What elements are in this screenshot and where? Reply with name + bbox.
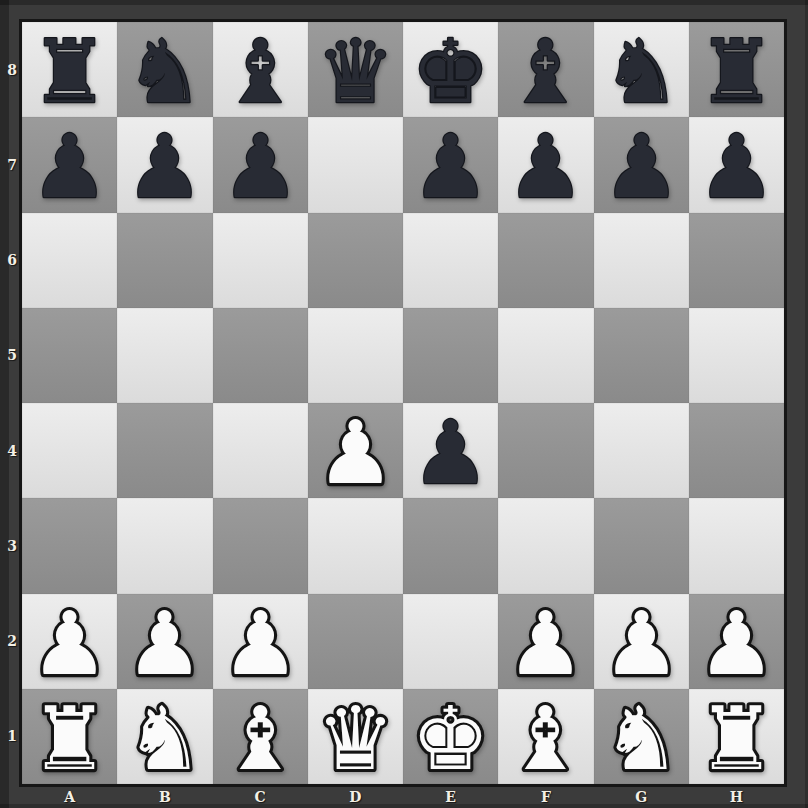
piece-black-knight[interactable]: ♞ — [117, 22, 212, 117]
svg-text:♝: ♝ — [221, 21, 300, 123]
square-c1[interactable]: ♝ — [213, 689, 308, 784]
rank-labels-column: 87654321 — [0, 22, 19, 784]
square-e8[interactable]: ♚ — [403, 22, 498, 117]
square-f2[interactable]: ♟ — [498, 594, 593, 689]
svg-text:♟: ♟ — [316, 402, 395, 504]
piece-black-pawn[interactable]: ♟ — [689, 117, 784, 212]
square-a6[interactable] — [22, 213, 117, 308]
piece-black-queen[interactable]: ♛ — [308, 22, 403, 117]
svg-text:♜: ♜ — [697, 688, 776, 790]
square-c3[interactable] — [213, 498, 308, 593]
svg-text:♝: ♝ — [221, 688, 300, 790]
square-f6[interactable] — [498, 213, 593, 308]
piece-white-queen[interactable]: ♛ — [308, 689, 403, 784]
svg-text:♟: ♟ — [30, 116, 109, 218]
rank-label-7: 7 — [0, 117, 19, 212]
square-d2[interactable] — [308, 594, 403, 689]
square-a5[interactable] — [22, 308, 117, 403]
board-frame: 87654321 ABCDEFGH ♜♞♝♛♚♝♞♜♟♟♟♟♟♟♟♟♟♟♟♟♟♟… — [0, 0, 808, 808]
piece-black-rook[interactable]: ♜ — [689, 22, 784, 117]
square-g4[interactable] — [594, 403, 689, 498]
square-h7[interactable]: ♟ — [689, 117, 784, 212]
svg-text:♟: ♟ — [697, 116, 776, 218]
square-b6[interactable] — [117, 213, 212, 308]
square-e2[interactable] — [403, 594, 498, 689]
piece-black-pawn[interactable]: ♟ — [213, 117, 308, 212]
piece-white-rook[interactable]: ♜ — [22, 689, 117, 784]
piece-black-king[interactable]: ♚ — [403, 22, 498, 117]
square-h3[interactable] — [689, 498, 784, 593]
svg-text:♞: ♞ — [602, 688, 681, 790]
svg-text:♚: ♚ — [411, 688, 490, 790]
square-b5[interactable] — [117, 308, 212, 403]
square-a1[interactable]: ♜ — [22, 689, 117, 784]
svg-text:♟: ♟ — [507, 116, 586, 218]
chess-board: ♜♞♝♛♚♝♞♜♟♟♟♟♟♟♟♟♟♟♟♟♟♟♟♜♞♝♛♚♝♞♜ — [19, 19, 787, 787]
file-labels-row: ABCDEFGH — [22, 788, 784, 806]
square-b7[interactable]: ♟ — [117, 117, 212, 212]
svg-text:♜: ♜ — [697, 21, 776, 123]
svg-text:♟: ♟ — [411, 116, 490, 218]
piece-white-pawn[interactable]: ♟ — [213, 594, 308, 689]
square-e3[interactable] — [403, 498, 498, 593]
square-h4[interactable] — [689, 403, 784, 498]
square-b3[interactable] — [117, 498, 212, 593]
piece-black-knight[interactable]: ♞ — [594, 22, 689, 117]
piece-white-pawn[interactable]: ♟ — [308, 403, 403, 498]
square-c8[interactable]: ♝ — [213, 22, 308, 117]
square-f8[interactable]: ♝ — [498, 22, 593, 117]
square-b2[interactable]: ♟ — [117, 594, 212, 689]
piece-white-pawn[interactable]: ♟ — [117, 594, 212, 689]
square-e6[interactable] — [403, 213, 498, 308]
piece-white-knight[interactable]: ♞ — [594, 689, 689, 784]
piece-black-pawn[interactable]: ♟ — [403, 403, 498, 498]
square-f7[interactable]: ♟ — [498, 117, 593, 212]
file-label-f: F — [498, 788, 593, 806]
rank-label-6: 6 — [0, 213, 19, 308]
rank-label-4: 4 — [0, 403, 19, 498]
file-label-e: E — [403, 788, 498, 806]
svg-text:♟: ♟ — [507, 593, 586, 695]
square-g5[interactable] — [594, 308, 689, 403]
square-d1[interactable]: ♛ — [308, 689, 403, 784]
square-b4[interactable] — [117, 403, 212, 498]
square-b1[interactable]: ♞ — [117, 689, 212, 784]
rank-label-8: 8 — [0, 22, 19, 117]
square-d3[interactable] — [308, 498, 403, 593]
square-g3[interactable] — [594, 498, 689, 593]
square-d7[interactable] — [308, 117, 403, 212]
piece-white-knight[interactable]: ♞ — [117, 689, 212, 784]
square-h6[interactable] — [689, 213, 784, 308]
svg-text:♛: ♛ — [316, 21, 395, 123]
square-d6[interactable] — [308, 213, 403, 308]
svg-text:♟: ♟ — [602, 116, 681, 218]
svg-text:♟: ♟ — [697, 593, 776, 695]
square-e1[interactable]: ♚ — [403, 689, 498, 784]
square-f5[interactable] — [498, 308, 593, 403]
square-f3[interactable] — [498, 498, 593, 593]
svg-text:♟: ♟ — [411, 402, 490, 504]
piece-black-bishop[interactable]: ♝ — [498, 22, 593, 117]
piece-black-rook[interactable]: ♜ — [22, 22, 117, 117]
square-f4[interactable] — [498, 403, 593, 498]
svg-text:♞: ♞ — [126, 688, 205, 790]
square-h5[interactable] — [689, 308, 784, 403]
square-a2[interactable]: ♟ — [22, 594, 117, 689]
piece-white-bishop[interactable]: ♝ — [498, 689, 593, 784]
file-label-c: C — [213, 788, 308, 806]
file-label-h: H — [689, 788, 784, 806]
square-h8[interactable]: ♜ — [689, 22, 784, 117]
square-d4[interactable]: ♟ — [308, 403, 403, 498]
square-c4[interactable] — [213, 403, 308, 498]
svg-text:♟: ♟ — [221, 116, 300, 218]
file-label-a: A — [22, 788, 117, 806]
piece-black-pawn[interactable]: ♟ — [594, 117, 689, 212]
square-e4[interactable]: ♟ — [403, 403, 498, 498]
rank-label-2: 2 — [0, 594, 19, 689]
square-a4[interactable] — [22, 403, 117, 498]
square-h1[interactable]: ♜ — [689, 689, 784, 784]
piece-black-pawn[interactable]: ♟ — [22, 117, 117, 212]
svg-text:♝: ♝ — [507, 688, 586, 790]
svg-text:♚: ♚ — [411, 21, 490, 123]
svg-text:♟: ♟ — [30, 593, 109, 695]
svg-text:♟: ♟ — [126, 116, 205, 218]
square-g1[interactable]: ♞ — [594, 689, 689, 784]
square-g7[interactable]: ♟ — [594, 117, 689, 212]
square-g8[interactable]: ♞ — [594, 22, 689, 117]
svg-text:♞: ♞ — [602, 21, 681, 123]
square-c6[interactable] — [213, 213, 308, 308]
piece-black-pawn[interactable]: ♟ — [498, 117, 593, 212]
square-e5[interactable] — [403, 308, 498, 403]
svg-text:♞: ♞ — [126, 21, 205, 123]
svg-text:♜: ♜ — [30, 688, 109, 790]
square-a8[interactable]: ♜ — [22, 22, 117, 117]
piece-white-pawn[interactable]: ♟ — [689, 594, 784, 689]
file-label-d: D — [308, 788, 403, 806]
square-a3[interactable] — [22, 498, 117, 593]
svg-text:♟: ♟ — [602, 593, 681, 695]
svg-text:♟: ♟ — [126, 593, 205, 695]
square-f1[interactable]: ♝ — [498, 689, 593, 784]
square-d5[interactable] — [308, 308, 403, 403]
rank-label-1: 1 — [0, 689, 19, 784]
square-g6[interactable] — [594, 213, 689, 308]
piece-white-bishop[interactable]: ♝ — [213, 689, 308, 784]
piece-white-pawn[interactable]: ♟ — [498, 594, 593, 689]
rank-label-5: 5 — [0, 308, 19, 403]
piece-white-rook[interactable]: ♜ — [689, 689, 784, 784]
piece-black-pawn[interactable]: ♟ — [403, 117, 498, 212]
square-h2[interactable]: ♟ — [689, 594, 784, 689]
piece-white-pawn[interactable]: ♟ — [22, 594, 117, 689]
svg-text:♜: ♜ — [30, 21, 109, 123]
piece-white-pawn[interactable]: ♟ — [594, 594, 689, 689]
rank-label-3: 3 — [0, 498, 19, 593]
file-label-g: G — [594, 788, 689, 806]
svg-text:♛: ♛ — [316, 688, 395, 790]
square-c5[interactable] — [213, 308, 308, 403]
piece-black-pawn[interactable]: ♟ — [117, 117, 212, 212]
square-c2[interactable]: ♟ — [213, 594, 308, 689]
file-label-b: B — [117, 788, 212, 806]
svg-text:♝: ♝ — [507, 21, 586, 123]
piece-black-bishop[interactable]: ♝ — [213, 22, 308, 117]
svg-text:♟: ♟ — [221, 593, 300, 695]
square-d8[interactable]: ♛ — [308, 22, 403, 117]
square-g2[interactable]: ♟ — [594, 594, 689, 689]
square-e7[interactable]: ♟ — [403, 117, 498, 212]
square-c7[interactable]: ♟ — [213, 117, 308, 212]
square-b8[interactable]: ♞ — [117, 22, 212, 117]
square-a7[interactable]: ♟ — [22, 117, 117, 212]
piece-white-king[interactable]: ♚ — [403, 689, 498, 784]
